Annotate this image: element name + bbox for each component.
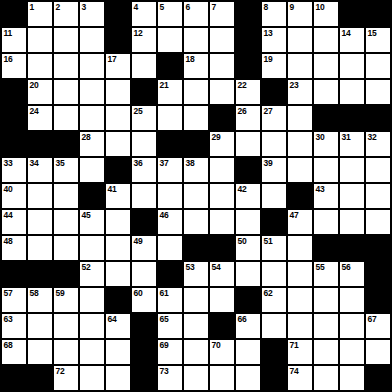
cell-r3c13[interactable] [340,80,364,104]
clue-number: 27 [264,106,273,116]
block-cell-r11c14 [366,288,390,312]
cell-r12c14[interactable]: 67 [366,314,390,338]
cell-r7c1[interactable] [28,184,52,208]
clue-number: 15 [368,28,377,38]
clue-number: 53 [186,262,195,272]
cell-r10c12[interactable]: 55 [314,262,338,286]
clue-number: 9 [290,2,295,12]
cell-r2c8[interactable] [210,54,234,78]
crossword-board: 1234567891011121314151617181920212223242… [0,0,392,392]
clue-number: 58 [30,288,39,298]
clue-number: 36 [134,158,143,168]
cell-r14c2[interactable]: 72 [54,366,78,390]
cell-r6c5[interactable]: 36 [132,158,156,182]
cell-r11c10[interactable]: 62 [262,288,286,312]
block-cell-r1c9 [236,28,260,52]
cell-r7c6[interactable] [158,184,182,208]
cell-r13c1[interactable] [28,340,52,364]
cell-r5c11[interactable] [288,132,312,156]
clue-number: 73 [160,366,169,376]
cell-r7c10[interactable] [262,184,286,208]
cell-r4c2[interactable] [54,106,78,130]
cell-r7c4[interactable]: 41 [106,184,130,208]
cell-r13c12[interactable] [314,340,338,364]
cell-r9c0[interactable]: 48 [2,236,26,260]
cell-r11c0[interactable]: 57 [2,288,26,312]
cell-r0c11[interactable]: 9 [288,2,312,26]
cell-r1c12[interactable] [314,28,338,52]
clue-number: 6 [186,2,191,12]
block-cell-r5c2 [54,132,78,156]
clue-number: 55 [316,262,325,272]
cell-r6c11[interactable] [288,158,312,182]
cell-r7c13[interactable] [340,184,364,208]
cell-r9c1[interactable] [28,236,52,260]
cell-r6c7[interactable]: 38 [184,158,208,182]
cell-r2c12[interactable] [314,54,338,78]
cell-r2c3[interactable] [80,54,104,78]
cell-r7c7[interactable] [184,184,208,208]
clue-number: 60 [134,288,143,298]
block-cell-r12c5 [132,314,156,338]
clue-number: 61 [160,288,169,298]
block-cell-r9c12 [314,236,338,260]
cell-r14c6[interactable]: 73 [158,366,182,390]
cell-r1c8[interactable] [210,28,234,52]
cell-r9c3[interactable] [80,236,104,260]
clue-number: 72 [56,366,65,376]
block-cell-r0c4 [106,2,130,26]
cell-r4c10[interactable]: 27 [262,106,286,130]
cell-r9c10[interactable]: 51 [262,236,286,260]
clue-number: 68 [4,340,13,350]
cell-r3c8[interactable] [210,80,234,104]
cell-r11c1[interactable]: 58 [28,288,52,312]
clue-number: 14 [342,28,351,38]
cell-r12c1[interactable] [28,314,52,338]
clue-number: 25 [134,106,143,116]
clue-number: 39 [264,158,273,168]
clue-number: 63 [4,314,13,324]
cell-r1c13[interactable]: 14 [340,28,364,52]
cell-r5c5[interactable] [132,132,156,156]
block-cell-r10c14 [366,262,390,286]
cell-r0c1[interactable]: 1 [28,2,52,26]
cell-r9c6[interactable] [158,236,182,260]
block-cell-r7c11 [288,184,312,208]
clue-number: 10 [316,2,325,12]
cell-r11c3[interactable] [80,288,104,312]
clue-number: 52 [82,262,91,272]
cell-r7c14[interactable] [366,184,390,208]
block-cell-r5c0 [2,132,26,156]
block-cell-r3c10 [262,80,286,104]
cell-r3c1[interactable]: 20 [28,80,52,104]
block-cell-r10c0 [2,262,26,286]
block-cell-r9c13 [340,236,364,260]
cell-r0c8[interactable]: 7 [210,2,234,26]
cell-r6c6[interactable]: 37 [158,158,182,182]
block-cell-r11c4 [106,288,130,312]
clue-number: 40 [4,184,13,194]
cell-r12c12[interactable] [314,314,338,338]
cell-r12c2[interactable] [54,314,78,338]
clue-number: 5 [160,2,165,12]
cell-r2c13[interactable] [340,54,364,78]
cell-r8c4[interactable] [106,210,130,234]
cell-r5c4[interactable] [106,132,130,156]
cell-r11c8[interactable] [210,288,234,312]
cell-r3c7[interactable] [184,80,208,104]
cell-r0c6[interactable]: 5 [158,2,182,26]
clue-number: 71 [290,340,299,350]
block-cell-r3c0 [2,80,26,104]
cell-r14c13[interactable] [340,366,364,390]
block-cell-r5c6 [158,132,182,156]
cell-r8c0[interactable]: 44 [2,210,26,234]
cell-r6c0[interactable]: 33 [2,158,26,182]
cell-r11c5[interactable]: 60 [132,288,156,312]
clue-number: 35 [56,158,65,168]
clue-number: 56 [342,262,351,272]
cell-r4c6[interactable] [158,106,182,130]
cell-r0c12[interactable]: 10 [314,2,338,26]
cell-r3c6[interactable]: 21 [158,80,182,104]
cell-r11c11[interactable] [288,288,312,312]
cell-r0c7[interactable]: 6 [184,2,208,26]
cell-r9c11[interactable] [288,236,312,260]
cell-r7c2[interactable] [54,184,78,208]
block-cell-r2c9 [236,54,260,78]
cell-r13c13[interactable] [340,340,364,364]
cell-r1c10[interactable]: 13 [262,28,286,52]
clue-number: 54 [212,262,221,272]
cell-r11c2[interactable]: 59 [54,288,78,312]
cell-r8c7[interactable] [184,210,208,234]
block-cell-r14c14 [366,366,390,390]
block-cell-r13c10 [262,340,286,364]
clue-number: 44 [4,210,13,220]
cell-r4c7[interactable] [184,106,208,130]
cell-r5c8[interactable]: 29 [210,132,234,156]
cell-r6c12[interactable] [314,158,338,182]
clue-number: 67 [368,314,377,324]
cell-r6c10[interactable]: 39 [262,158,286,182]
block-cell-r2c6 [158,54,182,78]
cell-r12c13[interactable] [340,314,364,338]
clue-number: 28 [82,132,91,142]
clue-number: 59 [56,288,65,298]
clue-number: 17 [108,54,117,64]
cell-r7c8[interactable] [210,184,234,208]
clue-number: 26 [238,106,247,116]
cell-r7c9[interactable]: 42 [236,184,260,208]
cell-r5c13[interactable]: 31 [340,132,364,156]
cell-r2c2[interactable] [54,54,78,78]
cell-r2c1[interactable] [28,54,52,78]
block-cell-r0c0 [2,2,26,26]
cell-r14c11[interactable]: 74 [288,366,312,390]
block-cell-r14c10 [262,366,286,390]
cell-r2c4[interactable]: 17 [106,54,130,78]
clue-number: 11 [4,28,13,38]
clue-number: 57 [4,288,13,298]
block-cell-r14c0 [2,366,26,390]
block-cell-r9c8 [210,236,234,260]
block-cell-r4c12 [314,106,338,130]
cell-r3c2[interactable] [54,80,78,104]
clue-number: 7 [212,2,217,12]
cell-r13c0[interactable]: 68 [2,340,26,364]
clue-number: 30 [316,132,325,142]
cell-r7c12[interactable]: 43 [314,184,338,208]
cell-r8c3[interactable]: 45 [80,210,104,234]
cell-r2c10[interactable]: 19 [262,54,286,78]
cell-r12c0[interactable]: 63 [2,314,26,338]
cell-r10c10[interactable] [262,262,286,286]
cell-r12c9[interactable]: 66 [236,314,260,338]
cell-r13c9[interactable] [236,340,260,364]
cell-r8c9[interactable] [236,210,260,234]
clue-number: 18 [186,54,195,64]
clue-number: 23 [290,80,299,90]
cell-r8c12[interactable] [314,210,338,234]
clue-number: 65 [160,314,169,324]
clue-number: 2 [56,2,61,12]
cell-r10c4[interactable] [106,262,130,286]
cell-r13c11[interactable]: 71 [288,340,312,364]
block-cell-r10c2 [54,262,78,286]
clue-number: 1 [30,2,35,12]
clue-number: 34 [30,158,39,168]
clue-number: 42 [238,184,247,194]
clue-number: 46 [160,210,169,220]
clue-number: 38 [186,158,195,168]
clue-number: 37 [160,158,169,168]
clue-number: 8 [264,2,269,12]
cell-r13c4[interactable] [106,340,130,364]
cell-r10c3[interactable]: 52 [80,262,104,286]
block-cell-r0c13 [340,2,364,26]
clue-number: 50 [238,236,247,246]
clue-number: 3 [82,2,87,12]
cell-r2c11[interactable] [288,54,312,78]
block-cell-r10c6 [158,262,182,286]
cell-r14c12[interactable] [314,366,338,390]
cell-r1c11[interactable] [288,28,312,52]
clue-number: 20 [30,80,39,90]
clue-number: 16 [4,54,13,64]
clue-number: 48 [4,236,13,246]
cell-r14c8[interactable] [210,366,234,390]
cell-r9c5[interactable]: 49 [132,236,156,260]
block-cell-r0c9 [236,2,260,26]
block-cell-r13c5 [132,340,156,364]
clue-number: 32 [368,132,377,142]
block-cell-r14c1 [28,366,52,390]
cell-r2c14[interactable] [366,54,390,78]
cell-r10c8[interactable]: 54 [210,262,234,286]
block-cell-r8c5 [132,210,156,234]
cell-r5c14[interactable]: 32 [366,132,390,156]
cell-r6c2[interactable]: 35 [54,158,78,182]
block-cell-r9c14 [366,236,390,260]
cell-r8c14[interactable] [366,210,390,234]
clue-number: 24 [30,106,39,116]
cell-r0c3[interactable]: 3 [80,2,104,26]
cell-r12c4[interactable]: 64 [106,314,130,338]
clue-number: 70 [212,340,221,350]
cell-r9c2[interactable] [54,236,78,260]
cell-r7c5[interactable] [132,184,156,208]
cell-r1c1[interactable] [28,28,52,52]
block-cell-r5c7 [184,132,208,156]
cell-r5c3[interactable]: 28 [80,132,104,156]
cell-r10c11[interactable] [288,262,312,286]
cell-r14c7[interactable] [184,366,208,390]
block-cell-r9c7 [184,236,208,260]
clue-number: 64 [108,314,117,324]
cell-r14c4[interactable] [106,366,130,390]
clue-number: 41 [108,184,117,194]
cell-r3c12[interactable] [314,80,338,104]
cell-r13c3[interactable] [80,340,104,364]
block-cell-r0c14 [366,2,390,26]
block-cell-r4c14 [366,106,390,130]
cell-r6c1[interactable]: 34 [28,158,52,182]
cell-r11c6[interactable]: 61 [158,288,182,312]
cell-r8c13[interactable] [340,210,364,234]
cell-r1c3[interactable] [80,28,104,52]
cell-r2c5[interactable] [132,54,156,78]
cell-r11c7[interactable] [184,288,208,312]
cell-r8c2[interactable] [54,210,78,234]
cell-r2c7[interactable]: 18 [184,54,208,78]
cell-r12c7[interactable] [184,314,208,338]
clue-number: 47 [290,210,299,220]
block-cell-r3c5 [132,80,156,104]
clue-number: 51 [264,236,273,246]
clue-number: 13 [264,28,273,38]
cell-r11c13[interactable] [340,288,364,312]
cell-r10c13[interactable]: 56 [340,262,364,286]
cell-r3c9[interactable]: 22 [236,80,260,104]
cell-r9c9[interactable]: 50 [236,236,260,260]
cell-r9c4[interactable] [106,236,130,260]
cell-r6c3[interactable] [80,158,104,182]
cell-r4c11[interactable] [288,106,312,130]
clue-number: 22 [238,80,247,90]
clue-number: 43 [316,184,325,194]
cell-r12c11[interactable] [288,314,312,338]
clue-number: 31 [342,132,351,142]
cell-r3c4[interactable] [106,80,130,104]
cell-r1c2[interactable] [54,28,78,52]
block-cell-r4c13 [340,106,364,130]
clue-number: 66 [238,314,247,324]
cell-r8c11[interactable]: 47 [288,210,312,234]
cell-r4c4[interactable] [106,106,130,130]
clue-number: 21 [160,80,169,90]
clue-number: 62 [264,288,273,298]
cell-r10c9[interactable] [236,262,260,286]
cell-r8c6[interactable]: 46 [158,210,182,234]
block-cell-r5c1 [28,132,52,156]
cell-r13c6[interactable]: 69 [158,340,182,364]
block-cell-r11c9 [236,288,260,312]
cell-r1c0[interactable]: 11 [2,28,26,52]
cell-r4c9[interactable]: 26 [236,106,260,130]
cell-r13c8[interactable]: 70 [210,340,234,364]
clue-number: 4 [134,2,139,12]
block-cell-r7c3 [80,184,104,208]
clue-number: 69 [160,340,169,350]
clue-number: 49 [134,236,143,246]
cell-r1c5[interactable]: 12 [132,28,156,52]
clue-number: 12 [134,28,143,38]
clue-number: 19 [264,54,273,64]
cell-r8c1[interactable] [28,210,52,234]
cell-r13c2[interactable] [54,340,78,364]
cell-r10c7[interactable]: 53 [184,262,208,286]
cell-r0c10[interactable]: 8 [262,2,286,26]
cell-r6c13[interactable] [340,158,364,182]
cell-r14c3[interactable] [80,366,104,390]
cell-r6c8[interactable] [210,158,234,182]
cell-r13c7[interactable] [184,340,208,364]
cell-r4c1[interactable]: 24 [28,106,52,130]
cell-r12c6[interactable]: 65 [158,314,182,338]
block-cell-r10c1 [28,262,52,286]
cell-r5c9[interactable] [236,132,260,156]
cell-r4c3[interactable] [80,106,104,130]
clue-number: 45 [82,210,91,220]
cell-r7c0[interactable]: 40 [2,184,26,208]
cell-r10c5[interactable] [132,262,156,286]
clue-number: 33 [4,158,13,168]
cell-r5c10[interactable] [262,132,286,156]
cell-r5c12[interactable]: 30 [314,132,338,156]
cell-r8c8[interactable] [210,210,234,234]
cell-r3c11[interactable]: 23 [288,80,312,104]
block-cell-r1c4 [106,28,130,52]
cell-r1c14[interactable]: 15 [366,28,390,52]
clue-number: 29 [212,132,221,142]
cell-r3c14[interactable] [366,80,390,104]
cell-r14c9[interactable] [236,366,260,390]
cell-r3c3[interactable] [80,80,104,104]
cell-r1c6[interactable] [158,28,182,52]
block-cell-r6c4 [106,158,130,182]
block-cell-r14c5 [132,366,156,390]
block-cell-r4c8 [210,106,234,130]
block-cell-r8c10 [262,210,286,234]
cell-r2c0[interactable]: 16 [2,54,26,78]
cell-r0c5[interactable]: 4 [132,2,156,26]
block-cell-r4c0 [2,106,26,130]
cell-r12c10[interactable] [262,314,286,338]
cell-r12c3[interactable] [80,314,104,338]
cell-r0c2[interactable]: 2 [54,2,78,26]
cell-r1c7[interactable] [184,28,208,52]
clue-number: 74 [290,366,299,376]
cell-r11c12[interactable] [314,288,338,312]
block-cell-r12c8 [210,314,234,338]
cell-r6c14[interactable] [366,158,390,182]
cell-r4c5[interactable]: 25 [132,106,156,130]
block-cell-r6c9 [236,158,260,182]
cell-r13c14[interactable] [366,340,390,364]
